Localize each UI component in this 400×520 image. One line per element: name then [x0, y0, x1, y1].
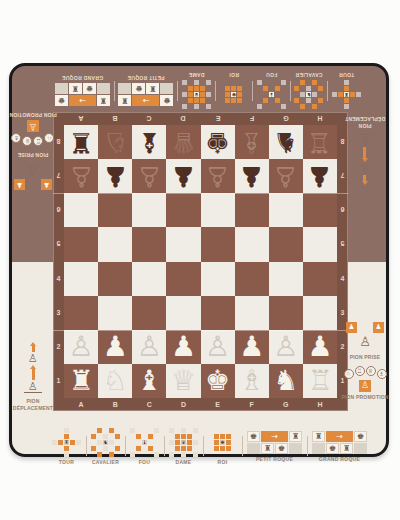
legend-divider: [203, 436, 204, 456]
diagram-cell: [58, 452, 63, 457]
diagram-cell: [109, 452, 114, 457]
pawn-icon: ♙: [29, 122, 37, 131]
diagram-cell: [232, 87, 237, 92]
legend-item-cavalier: ♞CAVALIER: [91, 428, 120, 465]
square-e5[interactable]: [201, 227, 235, 261]
piece-wp: ♟: [239, 333, 264, 361]
diagram-cell: [338, 81, 343, 86]
diagram-cell: [182, 87, 187, 92]
legend-divider: [164, 436, 165, 456]
diagram-cell: [181, 434, 186, 439]
diagram-cell: [206, 87, 211, 92]
square-e8[interactable]: ♚: [201, 125, 235, 159]
piece-wr: ♜: [69, 367, 94, 395]
square-e2[interactable]: ♙: [201, 330, 235, 364]
promotion-choices: ♘ ♖ ♕ ♗: [344, 365, 387, 379]
diagram-cell: [313, 99, 318, 104]
diagram-cell: [232, 99, 237, 104]
move-diagram-fou: ♝: [130, 428, 159, 457]
diagram-cell: [97, 434, 102, 439]
piece-bb: ♝: [137, 128, 162, 156]
diagram-cell: [350, 99, 355, 104]
diagram-cell: [188, 99, 193, 104]
diagram-cell: [169, 452, 174, 457]
square-b6[interactable]: [98, 193, 132, 227]
diagram-cell: [70, 440, 75, 445]
square-a2[interactable]: ♙: [64, 330, 98, 364]
file-label-e: E: [201, 398, 235, 411]
diagram-cell: [154, 440, 159, 445]
square-a4[interactable]: [64, 262, 98, 296]
square-d7[interactable]: ♟: [166, 159, 200, 193]
diagram-cell: [136, 440, 141, 445]
square-b4[interactable]: [98, 262, 132, 296]
diagram-cell: [232, 446, 237, 451]
diagram-cell: [232, 81, 237, 86]
diagram-cell: [103, 434, 108, 439]
square-e3[interactable]: [201, 296, 235, 330]
diagram-cell: [109, 428, 114, 433]
castle-cell: ♚: [55, 96, 68, 107]
castle-cell: [97, 84, 110, 95]
diagram-cell: [208, 428, 213, 433]
promotion-rook-icon: ♖: [355, 366, 365, 376]
diagram-cell: [97, 428, 102, 433]
diagram-cell: [220, 452, 225, 457]
diagram-cell: [194, 81, 199, 86]
square-h8[interactable]: ♖: [303, 125, 337, 159]
square-h3[interactable]: [303, 296, 337, 330]
square-e1[interactable]: ♚: [201, 364, 235, 398]
diagram-cell: [313, 87, 318, 92]
diagram-cell: [232, 428, 237, 433]
square-f5[interactable]: [235, 227, 269, 261]
legend-label-grand_roque: GRAND ROQUE: [62, 76, 103, 82]
piece-bk: ♚: [205, 128, 230, 156]
square-h5[interactable]: [303, 227, 337, 261]
castle-cell: ♚: [326, 443, 339, 454]
square-f1[interactable]: ♗: [235, 364, 269, 398]
pawn-capture-label: PION PRISE: [18, 152, 49, 159]
diagram-cell: [319, 99, 324, 104]
diagram-cell: [148, 434, 153, 439]
diagram-cell: [263, 99, 268, 104]
piece-bn: ♘: [103, 128, 128, 156]
diagram-cell: [187, 428, 192, 433]
diagram-cell: [220, 434, 225, 439]
diagram-cell: [169, 440, 174, 445]
square-b8[interactable]: ♘: [98, 125, 132, 159]
pawn-icon: ♙: [359, 335, 371, 348]
diagram-cell: [64, 428, 69, 433]
diagram-cell: [169, 446, 174, 451]
diagram-cell: [295, 105, 300, 110]
diagram-cell: [136, 434, 141, 439]
diagram-cell: [238, 87, 243, 92]
castle-cell: [161, 84, 174, 95]
diagram-cell: [356, 99, 361, 104]
diagram-cell: [91, 434, 96, 439]
diagram-cell: [220, 87, 225, 92]
legend-item-cavalier: ♞CAVALIER: [295, 73, 324, 110]
pawn-one-step-diagram: ♙: [28, 346, 38, 364]
chess-board: ABCDEFGH 87654321 ♜♘♝♕♚♗♞♖♙♟♙♟♙♟♙♟♙♟♙♟♙♟…: [53, 112, 348, 411]
diagram-cell: [188, 81, 193, 86]
diagram-cell: [91, 440, 96, 445]
diagram-cell: [307, 87, 312, 92]
pawn-move-legend-black: ♙ ♙ PION DÉPLACEMENT: [344, 116, 386, 181]
diagram-cell: [136, 452, 141, 457]
pawn-capture-promotion-legend-white: ♟ ♟ ♙ PION PRISE ♘ ♖ ♕ ♗ ♙ PION PROMOTIO…: [344, 322, 386, 400]
diagram-cell: ♚: [220, 440, 225, 445]
diagram-cell: [344, 81, 349, 86]
diagram-cell: [295, 93, 300, 98]
file-label-g: G: [269, 398, 303, 411]
diagram-cell: ♜: [64, 440, 69, 445]
diagram-cell: ♛: [181, 440, 186, 445]
castle-arrow: →: [326, 431, 353, 442]
piece-br: ♜: [69, 128, 94, 156]
diagram-cell: [281, 93, 286, 98]
square-d2[interactable]: ♟: [166, 330, 200, 364]
square-b3[interactable]: [98, 296, 132, 330]
diagram-cell: [257, 81, 262, 86]
diagram-cell: [301, 99, 306, 104]
rank-label-1: 1: [53, 364, 64, 398]
square-a8[interactable]: ♜: [64, 125, 98, 159]
diagram-cell: [338, 93, 343, 98]
file-labels-bottom: ABCDEFGH: [64, 398, 337, 411]
castle-diagram-petit_roque: ♚→♜♜♚: [119, 84, 174, 107]
square-h6[interactable]: [303, 193, 337, 227]
castle-diagram-petit_roque: ♚→♜♜♚: [247, 431, 302, 454]
diagram-cell: [263, 81, 268, 86]
castle-cell: [119, 84, 132, 95]
square-c2[interactable]: ♙: [132, 330, 166, 364]
diagram-cell: [356, 93, 361, 98]
legend-item-fou: ♝FOU: [130, 428, 159, 465]
diagram-cell: [338, 87, 343, 92]
diagram-cell: [58, 428, 63, 433]
square-g7[interactable]: ♙: [269, 159, 303, 193]
pawn-icon: ♙: [27, 164, 39, 177]
file-label-h: H: [303, 398, 337, 411]
square-c3[interactable]: [132, 296, 166, 330]
diagram-cell: [226, 434, 231, 439]
diagram-cell: [200, 81, 205, 86]
legend-label-tour: TOUR: [59, 459, 74, 465]
square-f7[interactable]: ♟: [235, 159, 269, 193]
promotion-bishop-icon: ♗: [12, 134, 22, 144]
diagram-cell: [109, 434, 114, 439]
square-a5[interactable]: [64, 227, 98, 261]
square-b2[interactable]: ♟: [98, 330, 132, 364]
file-label-b: B: [98, 112, 132, 125]
square-c7[interactable]: ♙: [132, 159, 166, 193]
piece-wk: ♚: [205, 367, 230, 395]
diagram-cell: [319, 93, 324, 98]
diagram-cell: [226, 99, 231, 104]
captured-piece-icon: ♟: [348, 324, 354, 331]
square-c6[interactable]: [132, 193, 166, 227]
file-label-f: F: [235, 398, 269, 411]
diagram-cell: [194, 87, 199, 92]
diagram-cell: [214, 452, 219, 457]
square-d5[interactable]: [166, 227, 200, 261]
diagram-cell: [208, 452, 213, 457]
piece-bp: ♟: [103, 162, 128, 190]
move-diagram-dame: ♛: [169, 428, 198, 457]
diagram-cell: [169, 434, 174, 439]
move-diagram-fou: ♝: [257, 81, 286, 110]
file-label-f: F: [235, 112, 269, 125]
castle-cell: ♜: [147, 84, 160, 95]
diagram-cell: [109, 446, 114, 451]
move-diagram-cavalier: ♞: [91, 428, 120, 457]
diagram-cell: [356, 87, 361, 92]
diagram-cell: [226, 93, 231, 98]
legend-item-grand_roque: ♜→♚♚♜GRAND ROQUE: [312, 431, 367, 462]
legend-divider: [114, 81, 115, 101]
legend-item-dame: ♛DAME: [182, 73, 211, 110]
diagram-cell: [356, 105, 361, 110]
diagram-cell: ♞: [307, 93, 312, 98]
square-h7[interactable]: ♟: [303, 159, 337, 193]
promotion-queen-icon: ♕: [23, 137, 33, 147]
square-f3[interactable]: [235, 296, 269, 330]
square-a6[interactable]: [64, 193, 98, 227]
diagram-cell: [187, 452, 192, 457]
diagram-cell: [281, 87, 286, 92]
diagram-cell: [200, 105, 205, 110]
piece-bq: ♕: [171, 128, 196, 156]
castle-cell: ♚: [83, 84, 96, 95]
diagram-cell: [208, 434, 213, 439]
diagram-cell: [76, 452, 81, 457]
square-g4[interactable]: [269, 262, 303, 296]
diagram-cell: [244, 105, 249, 110]
diagram-cell: [257, 87, 262, 92]
diagram-cell: [115, 446, 120, 451]
legend-item-roi: ♚ROI: [220, 73, 249, 110]
square-e4[interactable]: [201, 262, 235, 296]
castle-cell: [289, 443, 302, 454]
diagram-cell: [52, 434, 57, 439]
piece-bp: ♙: [69, 162, 94, 190]
square-g5[interactable]: [269, 227, 303, 261]
square-c4[interactable]: [132, 262, 166, 296]
diagram-cell: [187, 434, 192, 439]
square-g2[interactable]: ♙: [269, 330, 303, 364]
castle-arrow: →: [69, 96, 96, 107]
diagram-cell: [115, 440, 120, 445]
square-f8[interactable]: ♗: [235, 125, 269, 159]
diagram-cell: [200, 87, 205, 92]
diagram-cell: [142, 434, 147, 439]
piece-wp: ♟: [171, 333, 196, 361]
diagram-cell: [193, 428, 198, 433]
diagram-cell: [238, 81, 243, 86]
diagram-cell: [64, 452, 69, 457]
square-e6[interactable]: [201, 193, 235, 227]
file-label-c: C: [132, 112, 166, 125]
diagram-cell: [244, 81, 249, 86]
diagram-cell: [332, 99, 337, 104]
promotion-square: ♙: [27, 121, 39, 133]
square-d3[interactable]: [166, 296, 200, 330]
file-label-a: A: [64, 112, 98, 125]
diagram-cell: [109, 440, 114, 445]
square-g6[interactable]: [269, 193, 303, 227]
legend-label-dame: DAME: [176, 459, 192, 465]
file-label-e: E: [201, 112, 235, 125]
diagram-cell: [238, 99, 243, 104]
diagram-cell: [115, 452, 120, 457]
diagram-cell: [232, 434, 237, 439]
diagram-cell: [91, 446, 96, 451]
rank-label-3: 3: [53, 296, 64, 330]
diagram-cell: [257, 93, 262, 98]
square-h4[interactable]: [303, 262, 337, 296]
diagram-cell: [307, 105, 312, 110]
diagram-cell: [275, 105, 280, 110]
diagram-cell: [148, 428, 153, 433]
square-c5[interactable]: [132, 227, 166, 261]
diagram-cell: [220, 428, 225, 433]
castle-arrow: →: [133, 96, 160, 107]
legend-label-petit_roque: PETIT ROQUE: [256, 456, 293, 462]
castle-cell: [354, 443, 367, 454]
diagram-cell: [181, 428, 186, 433]
square-f2[interactable]: ♟: [235, 330, 269, 364]
diagram-cell: [281, 81, 286, 86]
square-c8[interactable]: ♝: [132, 125, 166, 159]
legend-divider: [242, 436, 243, 456]
legend-divider: [215, 81, 216, 101]
file-label-b: B: [98, 398, 132, 411]
square-g1[interactable]: ♞: [269, 364, 303, 398]
diagram-cell: [154, 434, 159, 439]
square-e7[interactable]: ♙: [201, 159, 235, 193]
square-h2[interactable]: ♟: [303, 330, 337, 364]
movement-legend-bottom: ♜TOUR♞CAVALIER♝FOU♛DAME♚ROI♚→♜♜♚PETIT RO…: [52, 427, 367, 465]
square-d4[interactable]: [166, 262, 200, 296]
file-labels-top: ABCDEFGH: [64, 112, 337, 125]
diagram-cell: [295, 81, 300, 86]
pawn-two-step-diagram: ♙: [24, 369, 42, 393]
piece-wp: ♙: [137, 333, 162, 361]
legend-item-petit_roque: ♚→♜♜♚PETIT ROQUE: [247, 431, 302, 462]
diagram-cell: [58, 446, 63, 451]
legend-label-fou: FOU: [139, 459, 150, 465]
square-g8[interactable]: ♞: [269, 125, 303, 159]
square-d1[interactable]: ♕: [166, 364, 200, 398]
square-f6[interactable]: [235, 193, 269, 227]
square-g3[interactable]: [269, 296, 303, 330]
rank-label-6: 6: [53, 193, 64, 227]
diagram-cell: [226, 81, 231, 86]
castle-cell: ♜: [119, 96, 132, 107]
diagram-cell: ♞: [103, 440, 108, 445]
castle-cell: ♚: [161, 96, 174, 107]
rank-label-5: 5: [53, 227, 64, 261]
legend-label-fou: FOU: [266, 73, 277, 79]
diagram-cell: [220, 446, 225, 451]
square-d8[interactable]: ♕: [166, 125, 200, 159]
legend-item-petit_roque: ♚→♜♜♚PETIT ROQUE: [119, 76, 174, 107]
rank-label-4: 4: [337, 262, 348, 296]
castle-cell: ♚: [133, 84, 146, 95]
movement-legend-top: ♜TOUR♞CAVALIER♝FOU♚ROI♛DAME♚→♜♜♚PETIT RO…: [55, 70, 361, 112]
diagram-cell: [175, 446, 180, 451]
piece-wb: ♗: [239, 367, 264, 395]
diagram-cell: [206, 81, 211, 86]
diagram-cell: [263, 93, 268, 98]
diagram-cell: [142, 428, 147, 433]
piece-wn: ♞: [273, 367, 298, 395]
diagram-cell: [76, 428, 81, 433]
square-b7[interactable]: ♟: [98, 159, 132, 193]
diagram-cell: [76, 440, 81, 445]
diagram-cell: [344, 99, 349, 104]
legend-label-cavalier: CAVALIER: [295, 73, 322, 79]
pawn-capture-promotion-legend-black: ♟ ♟ ♙ PION PRISE ♘ ♖ ♕ ♗ ♙ PION PROMOTIO…: [12, 112, 54, 190]
square-f4[interactable]: [235, 262, 269, 296]
pawn-move-label: PION DÉPLACEMENT: [13, 398, 53, 411]
square-c1[interactable]: ♝: [132, 364, 166, 398]
square-d6[interactable]: [166, 193, 200, 227]
rank-label-8: 8: [53, 125, 64, 159]
piece-wq: ♕: [171, 367, 196, 395]
castle-diagram-grand_roque: ♜→♚♚♜: [55, 84, 110, 107]
promotion-choices: ♘ ♖ ♕ ♗: [12, 134, 55, 148]
diagram-cell: [64, 434, 69, 439]
pawn-capture-diagram: ♟ ♟ ♙: [12, 160, 54, 190]
diagram-cell: [136, 446, 141, 451]
square-b1[interactable]: ♘: [98, 364, 132, 398]
pawn-icon: ♙: [361, 381, 369, 390]
castle-cell: ♜: [261, 443, 274, 454]
piece-wr: ♖: [307, 367, 332, 395]
diagram-cell: [208, 440, 213, 445]
promotion-knight-icon: ♘: [344, 369, 354, 379]
castle-arrow: →: [261, 431, 288, 442]
captured-piece-icon: ♟: [43, 181, 49, 188]
diagram-cell: [350, 87, 355, 92]
pawn-promotion-label: PION PROMOTION: [341, 394, 388, 401]
castle-cell: ♜: [312, 431, 325, 442]
square-h1[interactable]: ♖: [303, 364, 337, 398]
diagram-cell: [182, 93, 187, 98]
square-a7[interactable]: ♙: [64, 159, 98, 193]
piece-bp: ♟: [307, 162, 332, 190]
square-a1[interactable]: ♜: [64, 364, 98, 398]
square-b5[interactable]: [98, 227, 132, 261]
diagram-cell: [175, 434, 180, 439]
diagram-cell: [175, 440, 180, 445]
rank-label-4: 4: [53, 262, 64, 296]
diagram-cell: [214, 446, 219, 451]
diagram-cell: [76, 434, 81, 439]
piece-bp: ♙: [205, 162, 230, 190]
diagram-cell: [226, 87, 231, 92]
captured-piece-icon: ♟: [375, 324, 381, 331]
square-a3[interactable]: [64, 296, 98, 330]
castle-cell: ♚: [247, 431, 260, 442]
diagram-cell: [307, 99, 312, 104]
diagram-cell: [214, 434, 219, 439]
diagram-cell: [70, 452, 75, 457]
